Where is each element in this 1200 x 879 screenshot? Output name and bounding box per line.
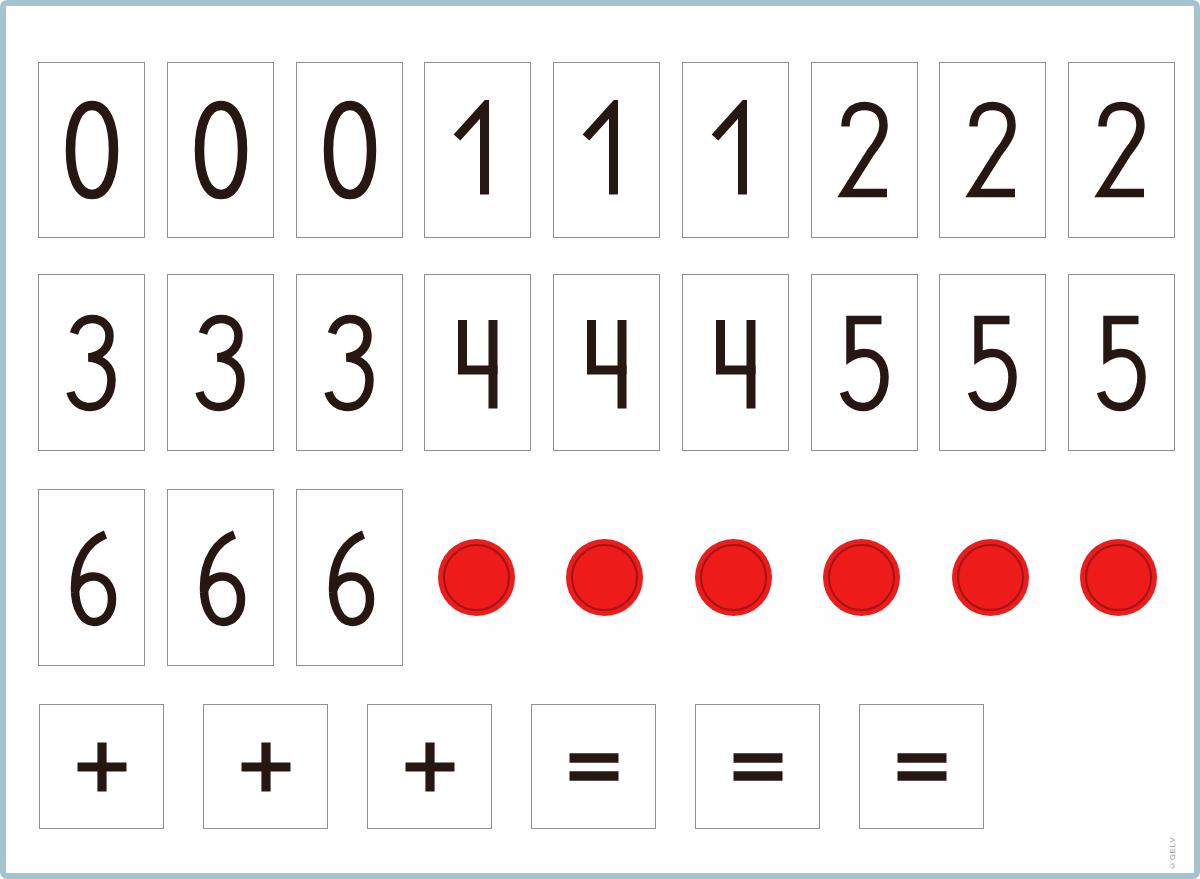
digit-3-glyph: [320, 313, 380, 413]
number-card[interactable]: [682, 274, 789, 451]
plus-glyph: [236, 737, 296, 797]
equals-glyph: [892, 737, 952, 797]
operator-card[interactable]: [367, 704, 492, 829]
digit-0-glyph: [62, 100, 122, 200]
red-counter[interactable]: [823, 539, 900, 616]
equals-glyph: [564, 737, 624, 797]
number-card[interactable]: [296, 62, 403, 238]
number-card[interactable]: [424, 62, 531, 238]
operator-card[interactable]: [39, 704, 164, 829]
equals-glyph: [728, 737, 788, 797]
number-card[interactable]: [1068, 274, 1175, 451]
digit-2-glyph: [1092, 100, 1152, 200]
counter-ring: [957, 544, 1024, 611]
counter-ring: [1085, 544, 1152, 611]
counter-ring: [443, 544, 510, 611]
operator-card[interactable]: [531, 704, 656, 829]
digit-3-glyph: [62, 313, 122, 413]
red-counter[interactable]: [1080, 539, 1157, 616]
red-counter[interactable]: [952, 539, 1029, 616]
number-card[interactable]: [296, 489, 403, 666]
number-card[interactable]: [682, 62, 789, 238]
digit-4-glyph: [706, 313, 766, 413]
number-card[interactable]: [553, 62, 660, 238]
number-card[interactable]: [939, 62, 1046, 238]
red-counter[interactable]: [695, 539, 772, 616]
digit-4-glyph: [448, 313, 508, 413]
digit-6-glyph: [191, 528, 251, 628]
operator-card[interactable]: [859, 704, 984, 829]
number-card[interactable]: [167, 274, 274, 451]
digit-3-glyph: [191, 313, 251, 413]
number-card[interactable]: [553, 274, 660, 451]
digit-0-glyph: [320, 100, 380, 200]
number-card[interactable]: [167, 62, 274, 238]
worksheet-page: ©GELV: [0, 0, 1200, 879]
red-counter[interactable]: [438, 539, 515, 616]
number-card[interactable]: [38, 274, 145, 451]
digit-1-glyph: [577, 100, 637, 200]
digit-2-glyph: [835, 100, 895, 200]
watermark-credit: ©GELV: [1168, 826, 1182, 870]
number-card[interactable]: [167, 489, 274, 666]
digit-1-glyph: [448, 100, 508, 200]
number-card[interactable]: [38, 62, 145, 238]
number-card[interactable]: [424, 274, 531, 451]
counter-ring: [828, 544, 895, 611]
red-counter[interactable]: [566, 539, 643, 616]
digit-4-glyph: [577, 313, 637, 413]
digit-2-glyph: [963, 100, 1023, 200]
digit-6-glyph: [62, 528, 122, 628]
digit-5-glyph: [963, 313, 1023, 413]
digit-0-glyph: [191, 100, 251, 200]
number-card[interactable]: [1068, 62, 1175, 238]
plus-glyph: [72, 737, 132, 797]
digit-5-glyph: [835, 313, 895, 413]
number-card[interactable]: [811, 62, 918, 238]
digit-1-glyph: [706, 100, 766, 200]
number-card[interactable]: [38, 489, 145, 666]
number-card[interactable]: [811, 274, 918, 451]
number-card[interactable]: [296, 274, 403, 451]
operator-card[interactable]: [695, 704, 820, 829]
number-card[interactable]: [939, 274, 1046, 451]
counter-ring: [700, 544, 767, 611]
counter-ring: [571, 544, 638, 611]
digit-5-glyph: [1092, 313, 1152, 413]
digit-6-glyph: [320, 528, 380, 628]
operator-card[interactable]: [203, 704, 328, 829]
plus-glyph: [400, 737, 460, 797]
